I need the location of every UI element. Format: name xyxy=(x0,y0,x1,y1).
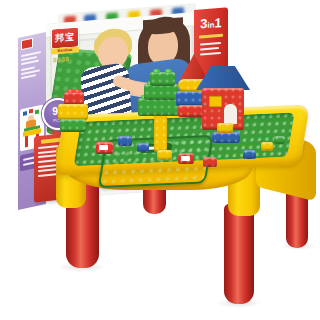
tree-foliage xyxy=(150,72,175,86)
promo-bullet-line xyxy=(200,42,221,46)
tree-trunk xyxy=(154,112,167,152)
model-number: 9038 xyxy=(53,55,69,63)
mini-table-leg xyxy=(25,136,28,148)
tree-foliage xyxy=(144,84,178,100)
table-leg-front-right xyxy=(224,204,254,304)
promo-subtitle-line xyxy=(199,34,223,39)
stack-block-yellow xyxy=(58,104,88,120)
promo-bullet-line xyxy=(200,47,219,51)
block-sticker xyxy=(181,156,190,161)
scattered-block-red xyxy=(203,157,217,167)
house-window xyxy=(209,96,222,107)
scattered-block-red xyxy=(96,142,113,154)
product-photo: 邦宝 BanBao 9038 3in1 90 PCS xyxy=(0,0,320,320)
scattered-block-blue xyxy=(118,136,132,146)
brand-logo-text: 邦宝 xyxy=(55,32,75,44)
table-leg-rear-left xyxy=(143,186,166,214)
house-door xyxy=(224,104,237,124)
block-sticker xyxy=(99,145,108,150)
promo-3in1: 3in1 xyxy=(194,13,229,33)
toy-car-cab xyxy=(217,123,233,133)
promo-1: 1 xyxy=(214,15,222,30)
fine-print-line xyxy=(21,74,36,79)
scattered-block-red xyxy=(178,153,194,164)
scattered-block-green xyxy=(274,136,285,144)
mini-block xyxy=(29,109,33,114)
mini-block xyxy=(23,111,27,116)
toy-car-base xyxy=(212,132,240,143)
promo-bullet-line xyxy=(200,52,221,56)
mini-block xyxy=(35,109,39,114)
scattered-block-yellow xyxy=(261,142,273,151)
mini-brand-logo xyxy=(21,38,33,51)
scattered-block-blue xyxy=(137,143,149,152)
scattered-block-blue xyxy=(243,150,256,159)
stack-block-green xyxy=(60,119,86,132)
scattered-block-yellow xyxy=(157,150,172,160)
